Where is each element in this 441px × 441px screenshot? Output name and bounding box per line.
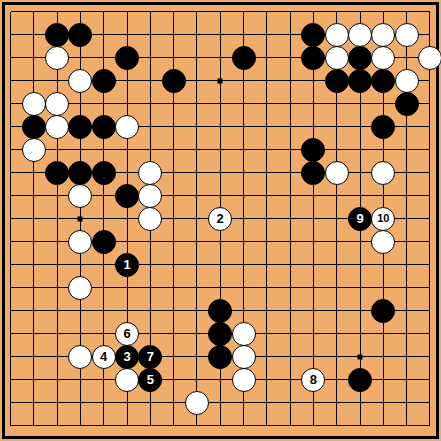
white-stone	[115, 368, 139, 392]
white-stone	[232, 345, 256, 369]
white-stone	[68, 184, 92, 208]
white-stone	[45, 92, 69, 116]
white-stone	[418, 46, 441, 70]
white-stone	[325, 23, 349, 47]
white-stone	[325, 46, 349, 70]
go-board: 29101643758	[0, 0, 441, 441]
black-stone	[68, 161, 92, 185]
black-stone	[208, 345, 232, 369]
white-stone	[232, 322, 256, 346]
black-stone	[208, 322, 232, 346]
black-stone	[301, 138, 325, 162]
white-stone	[22, 92, 46, 116]
black-stone	[371, 69, 395, 93]
move-number-label: 2	[217, 212, 224, 225]
white-stone	[138, 161, 162, 185]
white-stone	[348, 23, 372, 47]
white-stone	[232, 368, 256, 392]
grid-line-horizontal	[11, 402, 430, 403]
white-stone	[395, 23, 419, 47]
white-stone	[22, 138, 46, 162]
white-stone	[371, 230, 395, 254]
star-point	[78, 216, 83, 221]
move-number-label: 5	[147, 373, 154, 386]
move-number-label: 9	[356, 212, 363, 225]
black-stone	[348, 46, 372, 70]
black-stone	[325, 69, 349, 93]
white-stone	[68, 230, 92, 254]
grid-line-horizontal	[11, 264, 430, 265]
black-stone	[68, 115, 92, 139]
black-stone	[68, 23, 92, 47]
white-stone	[115, 115, 139, 139]
black-stone	[115, 184, 139, 208]
white-stone	[45, 46, 69, 70]
grid-line-vertical	[266, 12, 267, 426]
black-stone	[301, 23, 325, 47]
black-stone	[92, 115, 116, 139]
black-stone	[22, 115, 46, 139]
black-stone: 7	[138, 345, 162, 369]
white-stone	[138, 184, 162, 208]
black-stone: 3	[115, 345, 139, 369]
black-stone: 9	[348, 207, 372, 231]
move-number-label: 10	[377, 213, 389, 224]
move-number-label: 8	[310, 373, 317, 386]
white-stone	[68, 345, 92, 369]
white-stone	[68, 69, 92, 93]
white-stone	[68, 276, 92, 300]
black-stone	[92, 161, 116, 185]
white-stone: 8	[301, 368, 325, 392]
white-stone	[371, 46, 395, 70]
white-stone	[325, 161, 349, 185]
white-stone	[45, 115, 69, 139]
black-stone	[45, 161, 69, 185]
star-point	[358, 354, 363, 359]
move-number-label: 4	[100, 350, 107, 363]
black-stone	[208, 299, 232, 323]
grid-line-vertical	[290, 12, 291, 426]
grid-line-horizontal	[11, 425, 430, 426]
black-stone	[371, 115, 395, 139]
move-number-label: 3	[123, 350, 130, 363]
black-stone: 5	[138, 368, 162, 392]
star-point	[218, 78, 223, 83]
black-stone	[92, 230, 116, 254]
grid-line-vertical	[429, 12, 430, 426]
white-stone	[395, 69, 419, 93]
black-stone	[348, 368, 372, 392]
black-stone	[115, 46, 139, 70]
white-stone: 2	[208, 207, 232, 231]
white-stone: 6	[115, 322, 139, 346]
black-stone	[301, 161, 325, 185]
black-stone	[162, 69, 186, 93]
white-stone	[371, 23, 395, 47]
move-number-label: 6	[123, 327, 130, 340]
white-stone	[185, 391, 209, 415]
black-stone	[348, 69, 372, 93]
white-stone	[371, 161, 395, 185]
white-stone: 10	[371, 207, 395, 231]
black-stone: 1	[115, 253, 139, 277]
black-stone	[92, 69, 116, 93]
black-stone	[232, 46, 256, 70]
black-stone	[301, 46, 325, 70]
white-stone	[138, 207, 162, 231]
move-number-label: 7	[147, 350, 154, 363]
move-number-label: 1	[123, 258, 130, 271]
grid-line-vertical	[313, 12, 314, 426]
black-stone	[45, 23, 69, 47]
black-stone	[395, 92, 419, 116]
white-stone: 4	[92, 345, 116, 369]
black-stone	[371, 299, 395, 323]
